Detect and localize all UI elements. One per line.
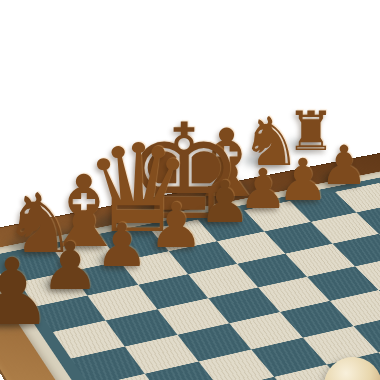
piece-black-pawn: ♟ [95, 215, 149, 275]
pieces-layer: ♜♞♟♝♟♟♚♟♛♝♟♞♟♟♟ [0, 0, 380, 380]
piece-black-pawn: ♟ [199, 173, 251, 231]
piece-black-pawn: ♟ [148, 195, 204, 257]
piece-black-pawn: ♟ [0, 247, 53, 339]
product-photo-scene: ♜♞♟♝♟♟♚♟♛♝♟♞♟♟♟ [0, 0, 380, 380]
